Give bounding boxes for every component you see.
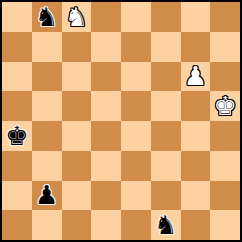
- square-h6[interactable]: [210, 62, 240, 92]
- square-e1[interactable]: [121, 210, 151, 240]
- square-e2[interactable]: [121, 181, 151, 211]
- square-d2[interactable]: [91, 181, 121, 211]
- square-b2[interactable]: ♟: [32, 181, 62, 211]
- square-h4[interactable]: [210, 121, 240, 151]
- square-f2[interactable]: [151, 181, 181, 211]
- square-b4[interactable]: [32, 121, 62, 151]
- black-king[interactable]: ♚: [5, 123, 28, 149]
- square-f7[interactable]: [151, 32, 181, 62]
- square-d8[interactable]: [91, 2, 121, 32]
- square-c8[interactable]: ♞: [62, 2, 92, 32]
- square-f5[interactable]: [151, 91, 181, 121]
- square-a1[interactable]: [2, 210, 32, 240]
- square-h8[interactable]: [210, 2, 240, 32]
- square-c7[interactable]: [62, 32, 92, 62]
- square-a3[interactable]: [2, 151, 32, 181]
- square-b8[interactable]: ♞: [32, 2, 62, 32]
- square-g7[interactable]: [181, 32, 211, 62]
- square-e6[interactable]: [121, 62, 151, 92]
- square-c6[interactable]: [62, 62, 92, 92]
- square-f4[interactable]: [151, 121, 181, 151]
- square-c5[interactable]: [62, 91, 92, 121]
- square-c1[interactable]: [62, 210, 92, 240]
- square-b5[interactable]: [32, 91, 62, 121]
- square-c2[interactable]: [62, 181, 92, 211]
- square-a6[interactable]: [2, 62, 32, 92]
- square-d7[interactable]: [91, 32, 121, 62]
- white-knight[interactable]: ♞: [65, 4, 88, 30]
- square-g1[interactable]: [181, 210, 211, 240]
- square-e3[interactable]: [121, 151, 151, 181]
- square-b3[interactable]: [32, 151, 62, 181]
- black-knight[interactable]: ♞: [154, 212, 177, 238]
- chess-board: ♞♞♟♚♚♟♞: [0, 0, 242, 242]
- square-e5[interactable]: [121, 91, 151, 121]
- square-a4[interactable]: ♚: [2, 121, 32, 151]
- square-a7[interactable]: [2, 32, 32, 62]
- square-h2[interactable]: [210, 181, 240, 211]
- square-b1[interactable]: [32, 210, 62, 240]
- square-h1[interactable]: [210, 210, 240, 240]
- square-g6[interactable]: ♟: [181, 62, 211, 92]
- square-e8[interactable]: [121, 2, 151, 32]
- square-c4[interactable]: [62, 121, 92, 151]
- chess-board-window: ♞♞♟♚♚♟♞: [0, 0, 242, 242]
- square-d3[interactable]: [91, 151, 121, 181]
- square-d5[interactable]: [91, 91, 121, 121]
- square-e7[interactable]: [121, 32, 151, 62]
- square-h5[interactable]: ♚: [210, 91, 240, 121]
- square-d1[interactable]: [91, 210, 121, 240]
- square-d6[interactable]: [91, 62, 121, 92]
- square-d4[interactable]: [91, 121, 121, 151]
- square-h7[interactable]: [210, 32, 240, 62]
- square-a8[interactable]: [2, 2, 32, 32]
- square-g5[interactable]: [181, 91, 211, 121]
- square-g3[interactable]: [181, 151, 211, 181]
- black-knight[interactable]: ♞: [35, 4, 58, 30]
- square-e4[interactable]: [121, 121, 151, 151]
- square-c3[interactable]: [62, 151, 92, 181]
- black-pawn[interactable]: ♟: [35, 182, 58, 208]
- square-a2[interactable]: [2, 181, 32, 211]
- square-f3[interactable]: [151, 151, 181, 181]
- square-f8[interactable]: [151, 2, 181, 32]
- square-h3[interactable]: [210, 151, 240, 181]
- square-g2[interactable]: [181, 181, 211, 211]
- square-g8[interactable]: [181, 2, 211, 32]
- white-king[interactable]: ♚: [213, 93, 236, 119]
- square-g4[interactable]: [181, 121, 211, 151]
- square-b7[interactable]: [32, 32, 62, 62]
- square-b6[interactable]: [32, 62, 62, 92]
- square-a5[interactable]: [2, 91, 32, 121]
- square-f6[interactable]: [151, 62, 181, 92]
- square-f1[interactable]: ♞: [151, 210, 181, 240]
- white-pawn[interactable]: ♟: [184, 63, 207, 89]
